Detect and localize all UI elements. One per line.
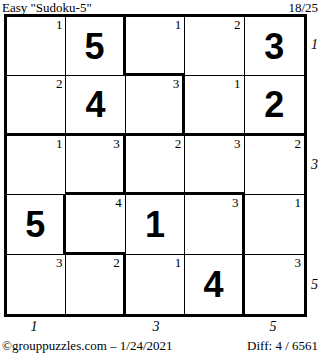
cell-r5c5[interactable]: 3 [245,255,304,314]
corner-hint: 3 [232,195,239,210]
corner-hint: 4 [115,195,122,210]
corner-hint: 3 [234,136,241,151]
copyright-text: ©grouppuzzles.com – 1/24/2021 [2,338,173,354]
col-label-1: 1 [31,319,38,335]
cell-r5c1[interactable]: 3 [7,255,66,314]
cell-r2c3[interactable]: 3 [126,76,185,135]
cell-r1c2[interactable]: 5 [66,17,125,76]
row-label-3: 3 [309,157,320,173]
cell-r5c2[interactable]: 2 [66,255,125,314]
corner-hint: 2 [175,136,182,151]
cell-r4c2[interactable]: 4 [66,195,125,254]
difficulty-text: Diff: 4 / 6561 [247,338,318,354]
cell-r5c4[interactable]: 4 [185,255,244,314]
corner-hint: 2 [234,17,241,32]
cell-r3c1[interactable]: 1 [7,136,66,195]
given-digit: 4 [203,267,223,303]
corner-hint: 3 [56,255,63,270]
col-label-5: 5 [270,319,277,335]
cell-r1c5[interactable]: 3 [245,17,304,76]
given-digit: 1 [145,207,165,243]
cell-r3c5[interactable]: 2 [245,136,304,195]
given-digit: 2 [264,87,284,123]
cell-r2c2[interactable]: 4 [66,76,125,135]
cell-r1c4[interactable]: 2 [185,17,244,76]
corner-hint: 1 [175,255,182,270]
corner-hint: 3 [295,255,302,270]
cell-r2c4[interactable]: 1 [185,76,244,135]
corner-hint: 1 [234,76,241,91]
cell-r4c4[interactable]: 3 [185,195,244,254]
col-label-3: 3 [153,319,160,335]
cell-r5c3[interactable]: 1 [126,255,185,314]
sudoku-grid: 1512324312132325413132143 [7,17,304,314]
corner-hint: 1 [295,195,302,210]
cell-r3c2[interactable]: 3 [66,136,125,195]
cell-r1c1[interactable]: 1 [7,17,66,76]
cell-r2c5[interactable]: 2 [245,76,304,135]
cell-r3c4[interactable]: 3 [185,136,244,195]
corner-hint: 2 [56,76,63,91]
corner-hint: 1 [56,136,63,151]
cell-r4c3[interactable]: 1 [126,195,185,254]
corner-hint: 2 [295,136,302,151]
given-digit: 3 [264,29,284,65]
corner-hint: 1 [175,17,182,32]
row-label-1: 1 [309,37,320,53]
cell-r4c1[interactable]: 5 [7,195,66,254]
corner-hint: 1 [56,17,63,32]
sudoku-board: 1512324312132325413132143 [4,14,307,317]
corner-hint: 3 [173,76,180,91]
cell-r3c3[interactable]: 2 [126,136,185,195]
row-label-5: 5 [309,277,320,293]
puzzle-page: Easy "Sudoku-5" 18/25 151232431213232541… [0,0,320,355]
corner-hint: 3 [113,136,120,151]
corner-hint: 2 [113,255,120,270]
cell-r1c3[interactable]: 1 [126,17,185,76]
given-digit: 5 [85,29,105,65]
cell-r2c1[interactable]: 2 [7,76,66,135]
given-digit: 5 [25,207,45,243]
given-digit: 4 [86,87,106,123]
cell-r4c5[interactable]: 1 [245,195,304,254]
